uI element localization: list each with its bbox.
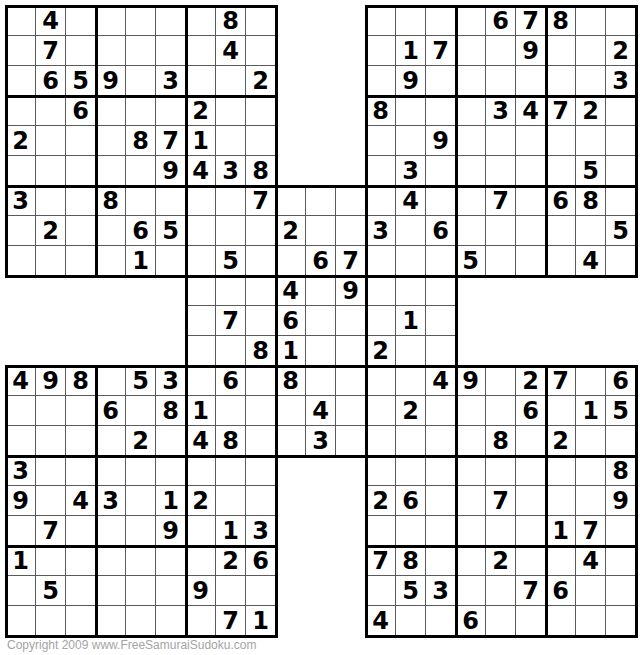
cell-r12c8[interactable] — [216, 336, 246, 366]
cell-r18c17[interactable] — [486, 516, 516, 546]
cell-r19c16[interactable] — [456, 546, 486, 576]
cell-r2c13[interactable] — [366, 36, 396, 66]
cell-r17c14: 6 — [396, 486, 426, 516]
cell-r1c21[interactable] — [606, 6, 636, 36]
cell-r1c4[interactable] — [96, 6, 126, 36]
cell-r6c3[interactable] — [66, 156, 96, 186]
cell-r10c14[interactable] — [396, 276, 426, 306]
cell-r15c18[interactable] — [516, 426, 546, 456]
cell-r1c8: 8 — [216, 6, 246, 36]
cell-r18c5[interactable] — [126, 516, 156, 546]
cell-r15c1[interactable] — [6, 426, 36, 456]
cell-r3c20[interactable] — [576, 66, 606, 96]
cell-r8c17[interactable] — [486, 216, 516, 246]
cell-r5c8[interactable] — [216, 126, 246, 156]
cell-r6c7: 4 — [186, 156, 216, 186]
cell-r18c14[interactable] — [396, 516, 426, 546]
cell-r15c19: 2 — [546, 426, 576, 456]
cell-r7c15[interactable] — [426, 186, 456, 216]
cell-r12c7[interactable] — [186, 336, 216, 366]
cell-r16c7[interactable] — [186, 456, 216, 486]
cell-r17c5[interactable] — [126, 486, 156, 516]
cell-r14c13[interactable] — [366, 396, 396, 426]
cell-r21c4[interactable] — [96, 606, 126, 636]
cell-r9c18[interactable] — [516, 246, 546, 276]
cell-r1c9[interactable] — [246, 6, 276, 36]
cell-r13c12[interactable] — [336, 366, 366, 396]
cell-r7c21[interactable] — [606, 186, 636, 216]
cell-r17c20[interactable] — [576, 486, 606, 516]
cell-r4c19: 7 — [546, 96, 576, 126]
cell-r3c7[interactable] — [186, 66, 216, 96]
cell-r7c11[interactable] — [306, 186, 336, 216]
cell-r7c7[interactable] — [186, 186, 216, 216]
cell-r17c3: 4 — [66, 486, 96, 516]
cell-r14c6: 8 — [156, 396, 186, 426]
cell-r19c7[interactable] — [186, 546, 216, 576]
cell-r1c14[interactable] — [396, 6, 426, 36]
cell-r2c5[interactable] — [126, 36, 156, 66]
cell-r16c21: 8 — [606, 456, 636, 486]
cell-r15c4[interactable] — [96, 426, 126, 456]
cell-r11c13[interactable] — [366, 306, 396, 336]
cell-r6c8: 3 — [216, 156, 246, 186]
cell-r17c6: 1 — [156, 486, 186, 516]
cell-r5c6: 7 — [156, 126, 186, 156]
cell-r8c20[interactable] — [576, 216, 606, 246]
cell-r6c19[interactable] — [546, 156, 576, 186]
cell-r5c13[interactable] — [366, 126, 396, 156]
cell-r15c3[interactable] — [66, 426, 96, 456]
cell-r14c1[interactable] — [6, 396, 36, 426]
cell-r15c20[interactable] — [576, 426, 606, 456]
cell-r14c12[interactable] — [336, 396, 366, 426]
cell-r3c18[interactable] — [516, 66, 546, 96]
cell-r6c16[interactable] — [456, 156, 486, 186]
cell-r5c5: 8 — [126, 126, 156, 156]
cell-r20c21[interactable] — [606, 576, 636, 606]
cell-r1c13[interactable] — [366, 6, 396, 36]
cell-r19c21[interactable] — [606, 546, 636, 576]
cell-r8c7[interactable] — [186, 216, 216, 246]
cell-r8c19[interactable] — [546, 216, 576, 246]
cell-r3c19[interactable] — [546, 66, 576, 96]
cell-r19c4[interactable] — [96, 546, 126, 576]
cell-r4c5[interactable] — [126, 96, 156, 126]
cell-r3c9: 2 — [246, 66, 276, 96]
cell-r16c2[interactable] — [36, 456, 66, 486]
cell-r16c8[interactable] — [216, 456, 246, 486]
cell-r4c21[interactable] — [606, 96, 636, 126]
cell-r9c21[interactable] — [606, 246, 636, 276]
cell-r12c15[interactable] — [426, 336, 456, 366]
cell-r14c8[interactable] — [216, 396, 246, 426]
cell-r7c1: 3 — [6, 186, 36, 216]
cell-r4c1[interactable] — [6, 96, 36, 126]
cell-r19c13: 7 — [366, 546, 396, 576]
cell-r7c13[interactable] — [366, 186, 396, 216]
cell-r21c18[interactable] — [516, 606, 546, 636]
cell-r14c2[interactable] — [36, 396, 66, 426]
cell-r8c1[interactable] — [6, 216, 36, 246]
cell-r21c20[interactable] — [576, 606, 606, 636]
cell-r17c2[interactable] — [36, 486, 66, 516]
cell-r20c5[interactable] — [126, 576, 156, 606]
cell-r8c21: 5 — [606, 216, 636, 246]
cell-r19c5[interactable] — [126, 546, 156, 576]
cell-r9c4[interactable] — [96, 246, 126, 276]
cell-r21c1[interactable] — [6, 606, 36, 636]
cell-r16c6[interactable] — [156, 456, 186, 486]
cell-r4c4[interactable] — [96, 96, 126, 126]
cell-r20c16[interactable] — [456, 576, 486, 606]
cell-r2c20[interactable] — [576, 36, 606, 66]
cell-r8c4[interactable] — [96, 216, 126, 246]
cell-r2c21: 2 — [606, 36, 636, 66]
cell-r6c13[interactable] — [366, 156, 396, 186]
cell-r17c19[interactable] — [546, 486, 576, 516]
cell-r13c4[interactable] — [96, 366, 126, 396]
cell-r9c5: 1 — [126, 246, 156, 276]
cell-r14c19[interactable] — [546, 396, 576, 426]
cell-r9c15[interactable] — [426, 246, 456, 276]
cell-r14c5[interactable] — [126, 396, 156, 426]
cell-r18c7[interactable] — [186, 516, 216, 546]
cell-r10c7[interactable] — [186, 276, 216, 306]
cell-r9c7[interactable] — [186, 246, 216, 276]
cell-r19c6[interactable] — [156, 546, 186, 576]
cell-r2c9[interactable] — [246, 36, 276, 66]
cell-r2c17[interactable] — [486, 36, 516, 66]
cell-r6c20: 5 — [576, 156, 606, 186]
cell-r18c1[interactable] — [6, 516, 36, 546]
cell-r8c6: 5 — [156, 216, 186, 246]
cell-r2c6[interactable] — [156, 36, 186, 66]
cell-r7c18[interactable] — [516, 186, 546, 216]
cell-r16c18[interactable] — [516, 456, 546, 486]
cell-r21c19[interactable] — [546, 606, 576, 636]
cell-r1c3[interactable] — [66, 6, 96, 36]
cell-r18c2: 7 — [36, 516, 66, 546]
cell-r20c1[interactable] — [6, 576, 36, 606]
cell-r18c18[interactable] — [516, 516, 546, 546]
cell-r15c14[interactable] — [396, 426, 426, 456]
cell-r4c14[interactable] — [396, 96, 426, 126]
cell-r13c20[interactable] — [576, 366, 606, 396]
cell-r9c17[interactable] — [486, 246, 516, 276]
cell-r3c6: 3 — [156, 66, 186, 96]
cell-r15c5: 2 — [126, 426, 156, 456]
cell-r9c10[interactable] — [276, 246, 306, 276]
cell-r6c17[interactable] — [486, 156, 516, 186]
cell-r20c17[interactable] — [486, 576, 516, 606]
cell-r4c6[interactable] — [156, 96, 186, 126]
cell-r21c13: 4 — [366, 606, 396, 636]
cell-r9c1[interactable] — [6, 246, 36, 276]
cell-r5c2[interactable] — [36, 126, 66, 156]
cell-r16c16[interactable] — [456, 456, 486, 486]
cell-r6c4[interactable] — [96, 156, 126, 186]
cell-r10c11[interactable] — [306, 276, 336, 306]
cell-r8c14[interactable] — [396, 216, 426, 246]
cell-r11c11[interactable] — [306, 306, 336, 336]
cell-r1c16[interactable] — [456, 6, 486, 36]
cell-r3c13[interactable] — [366, 66, 396, 96]
cell-r1c20[interactable] — [576, 6, 606, 36]
cell-r18c6: 9 — [156, 516, 186, 546]
cell-r4c8[interactable] — [216, 96, 246, 126]
cell-r20c6[interactable] — [156, 576, 186, 606]
cell-r2c3[interactable] — [66, 36, 96, 66]
cell-r16c3[interactable] — [66, 456, 96, 486]
cell-r16c15[interactable] — [426, 456, 456, 486]
cell-r17c9[interactable] — [246, 486, 276, 516]
cell-r15c15[interactable] — [426, 426, 456, 456]
cell-r3c8[interactable] — [216, 66, 246, 96]
cell-r11c9[interactable] — [246, 306, 276, 336]
cell-r8c9[interactable] — [246, 216, 276, 246]
cell-r20c9[interactable] — [246, 576, 276, 606]
cell-r18c3[interactable] — [66, 516, 96, 546]
cell-r8c8[interactable] — [216, 216, 246, 246]
cell-r7c10[interactable] — [276, 186, 306, 216]
cell-r5c15: 9 — [426, 126, 456, 156]
cell-r10c10: 4 — [276, 276, 306, 306]
cell-r19c18[interactable] — [516, 546, 546, 576]
cell-r19c2[interactable] — [36, 546, 66, 576]
cell-r19c14: 8 — [396, 546, 426, 576]
cell-r14c15[interactable] — [426, 396, 456, 426]
cell-r2c7[interactable] — [186, 36, 216, 66]
cell-r1c1[interactable] — [6, 6, 36, 36]
cell-r19c8: 2 — [216, 546, 246, 576]
cell-r20c8[interactable] — [216, 576, 246, 606]
cell-r3c15[interactable] — [426, 66, 456, 96]
cell-r16c14[interactable] — [396, 456, 426, 486]
cell-r6c18[interactable] — [516, 156, 546, 186]
cell-r19c20: 4 — [576, 546, 606, 576]
cell-r14c3[interactable] — [66, 396, 96, 426]
cell-r21c2[interactable] — [36, 606, 66, 636]
cell-r16c4[interactable] — [96, 456, 126, 486]
cell-r18c4[interactable] — [96, 516, 126, 546]
cell-r21c3[interactable] — [66, 606, 96, 636]
cell-r13c19: 7 — [546, 366, 576, 396]
cell-r14c16[interactable] — [456, 396, 486, 426]
cell-r13c14[interactable] — [396, 366, 426, 396]
cell-r9c9[interactable] — [246, 246, 276, 276]
cell-r7c6[interactable] — [156, 186, 186, 216]
cell-r11c12[interactable] — [336, 306, 366, 336]
cell-r7c4: 8 — [96, 186, 126, 216]
cell-r21c14[interactable] — [396, 606, 426, 636]
cell-r8c11[interactable] — [306, 216, 336, 246]
cell-r15c11: 3 — [306, 426, 336, 456]
cell-r1c6[interactable] — [156, 6, 186, 36]
cell-r20c4[interactable] — [96, 576, 126, 606]
cell-r19c19[interactable] — [546, 546, 576, 576]
cell-r15c8: 8 — [216, 426, 246, 456]
cell-r15c2[interactable] — [36, 426, 66, 456]
cell-r9c3[interactable] — [66, 246, 96, 276]
cell-r15c6[interactable] — [156, 426, 186, 456]
cell-r2c1[interactable] — [6, 36, 36, 66]
cell-r16c13[interactable] — [366, 456, 396, 486]
cell-r11c7[interactable] — [186, 306, 216, 336]
cell-r14c9[interactable] — [246, 396, 276, 426]
cell-r14c17[interactable] — [486, 396, 516, 426]
cell-r4c15[interactable] — [426, 96, 456, 126]
cell-r13c5: 5 — [126, 366, 156, 396]
cell-r16c9[interactable] — [246, 456, 276, 486]
cell-r7c5[interactable] — [126, 186, 156, 216]
cell-r13c9[interactable] — [246, 366, 276, 396]
cell-r7c16[interactable] — [456, 186, 486, 216]
cell-r5c17[interactable] — [486, 126, 516, 156]
cell-r15c12[interactable] — [336, 426, 366, 456]
cell-r13c7[interactable] — [186, 366, 216, 396]
cell-r5c9[interactable] — [246, 126, 276, 156]
cell-r19c15[interactable] — [426, 546, 456, 576]
cell-r18c21[interactable] — [606, 516, 636, 546]
cell-r20c15: 3 — [426, 576, 456, 606]
cell-r5c18[interactable] — [516, 126, 546, 156]
cell-r7c3[interactable] — [66, 186, 96, 216]
cell-r16c17[interactable] — [486, 456, 516, 486]
cell-r2c16[interactable] — [456, 36, 486, 66]
cell-r21c21[interactable] — [606, 606, 636, 636]
cell-r13c15: 4 — [426, 366, 456, 396]
cell-r12c14[interactable] — [396, 336, 426, 366]
cell-r10c8[interactable] — [216, 276, 246, 306]
cell-r18c16[interactable] — [456, 516, 486, 546]
cell-r11c14: 1 — [396, 306, 426, 336]
cell-r2c4[interactable] — [96, 36, 126, 66]
cell-r8c13: 3 — [366, 216, 396, 246]
cell-r17c15[interactable] — [426, 486, 456, 516]
cell-r9c2[interactable] — [36, 246, 66, 276]
cell-r18c20: 7 — [576, 516, 606, 546]
cell-r12c11[interactable] — [306, 336, 336, 366]
cell-r16c20[interactable] — [576, 456, 606, 486]
cell-r3c4: 9 — [96, 66, 126, 96]
cell-r15c9[interactable] — [246, 426, 276, 456]
cell-r7c8[interactable] — [216, 186, 246, 216]
cell-r3c1[interactable] — [6, 66, 36, 96]
cell-r21c16: 6 — [456, 606, 486, 636]
cell-r20c19: 6 — [546, 576, 576, 606]
cell-r3c5[interactable] — [126, 66, 156, 96]
cell-r20c13[interactable] — [366, 576, 396, 606]
cell-r17c8[interactable] — [216, 486, 246, 516]
cell-r10c13[interactable] — [366, 276, 396, 306]
cell-r14c20: 1 — [576, 396, 606, 426]
cell-r15c10[interactable] — [276, 426, 306, 456]
cell-r21c6[interactable] — [156, 606, 186, 636]
cell-r8c16[interactable] — [456, 216, 486, 246]
cell-r5c4[interactable] — [96, 126, 126, 156]
cell-r13c17[interactable] — [486, 366, 516, 396]
cell-r8c10: 2 — [276, 216, 306, 246]
cell-r4c9[interactable] — [246, 96, 276, 126]
cell-r8c18[interactable] — [516, 216, 546, 246]
cell-r1c15[interactable] — [426, 6, 456, 36]
cell-r8c15: 6 — [426, 216, 456, 246]
cell-r9c14[interactable] — [396, 246, 426, 276]
cell-r18c15[interactable] — [426, 516, 456, 546]
cell-r5c3[interactable] — [66, 126, 96, 156]
cell-r4c2[interactable] — [36, 96, 66, 126]
cell-r8c3[interactable] — [66, 216, 96, 246]
cell-r5c16[interactable] — [456, 126, 486, 156]
cell-r6c15[interactable] — [426, 156, 456, 186]
cell-r19c3[interactable] — [66, 546, 96, 576]
cell-r17c18[interactable] — [516, 486, 546, 516]
cell-r16c5[interactable] — [126, 456, 156, 486]
cell-r5c14[interactable] — [396, 126, 426, 156]
cell-r9c8: 5 — [216, 246, 246, 276]
cell-r18c13[interactable] — [366, 516, 396, 546]
cell-r7c12[interactable] — [336, 186, 366, 216]
cell-r8c12[interactable] — [336, 216, 366, 246]
cell-r7c2[interactable] — [36, 186, 66, 216]
cell-r12c12[interactable] — [336, 336, 366, 366]
cell-r6c2[interactable] — [36, 156, 66, 186]
cell-r14c10[interactable] — [276, 396, 306, 426]
cell-r5c21[interactable] — [606, 126, 636, 156]
cell-r6c1[interactable] — [6, 156, 36, 186]
cell-r5c19[interactable] — [546, 126, 576, 156]
cell-r21c7[interactable] — [186, 606, 216, 636]
cell-r2c8: 4 — [216, 36, 246, 66]
cell-r13c6: 3 — [156, 366, 186, 396]
cell-r9c13[interactable] — [366, 246, 396, 276]
cell-r13c13[interactable] — [366, 366, 396, 396]
cell-r16c19[interactable] — [546, 456, 576, 486]
cell-r6c21[interactable] — [606, 156, 636, 186]
cell-r12c13: 2 — [366, 336, 396, 366]
cell-r13c11[interactable] — [306, 366, 336, 396]
cell-r9c19[interactable] — [546, 246, 576, 276]
cell-r15c21[interactable] — [606, 426, 636, 456]
cell-r10c9[interactable] — [246, 276, 276, 306]
cell-r20c20[interactable] — [576, 576, 606, 606]
cell-r1c7[interactable] — [186, 6, 216, 36]
cell-r2c19[interactable] — [546, 36, 576, 66]
cell-r17c7: 2 — [186, 486, 216, 516]
cell-r4c16[interactable] — [456, 96, 486, 126]
cell-r6c5[interactable] — [126, 156, 156, 186]
cell-r10c15[interactable] — [426, 276, 456, 306]
cell-r20c3[interactable] — [66, 576, 96, 606]
cell-r9c16: 5 — [456, 246, 486, 276]
cell-r11c15[interactable] — [426, 306, 456, 336]
cell-r21c17[interactable] — [486, 606, 516, 636]
cell-r3c16[interactable] — [456, 66, 486, 96]
cell-r3c17[interactable] — [486, 66, 516, 96]
cell-r6c6: 9 — [156, 156, 186, 186]
cell-r1c5[interactable] — [126, 6, 156, 36]
cell-r15c16[interactable] — [456, 426, 486, 456]
cell-r15c13[interactable] — [366, 426, 396, 456]
cell-r21c5[interactable] — [126, 606, 156, 636]
cell-r9c20: 4 — [576, 246, 606, 276]
cell-r9c6[interactable] — [156, 246, 186, 276]
cell-r5c20[interactable] — [576, 126, 606, 156]
cell-r17c16[interactable] — [456, 486, 486, 516]
cell-r21c9: 1 — [246, 606, 276, 636]
cell-r21c15[interactable] — [426, 606, 456, 636]
